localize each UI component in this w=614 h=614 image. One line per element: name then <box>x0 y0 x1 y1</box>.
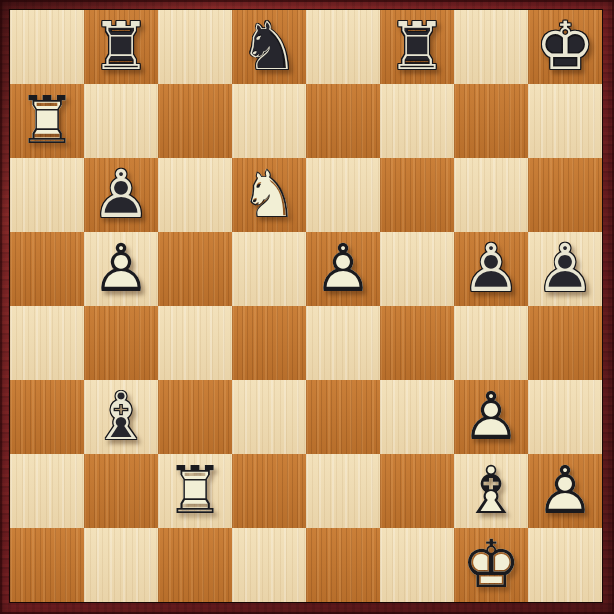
piece-black-rook[interactable]: ♜♖ <box>84 10 158 84</box>
square-f7[interactable] <box>380 84 454 158</box>
white-knight-outline-glyph: ♘ <box>232 158 306 232</box>
square-a1[interactable] <box>10 528 84 602</box>
square-a5[interactable] <box>10 232 84 306</box>
square-h4[interactable] <box>528 306 602 380</box>
piece-white-knight[interactable]: ♞♘ <box>232 158 306 232</box>
square-g2[interactable]: ♝♗ <box>454 454 528 528</box>
square-b3[interactable]: ♝♗ <box>84 380 158 454</box>
square-h2[interactable]: ♟♙ <box>528 454 602 528</box>
square-c5[interactable] <box>158 232 232 306</box>
piece-black-king[interactable]: ♚♔ <box>528 10 602 84</box>
square-f1[interactable] <box>380 528 454 602</box>
square-b6[interactable]: ♟♙ <box>84 158 158 232</box>
square-f4[interactable] <box>380 306 454 380</box>
piece-black-rook[interactable]: ♜♖ <box>380 10 454 84</box>
piece-black-pawn[interactable]: ♟♙ <box>454 232 528 306</box>
square-d8[interactable]: ♞♘ <box>232 10 306 84</box>
piece-white-bishop[interactable]: ♝♗ <box>454 454 528 528</box>
square-e6[interactable] <box>306 158 380 232</box>
square-b1[interactable] <box>84 528 158 602</box>
square-c6[interactable] <box>158 158 232 232</box>
square-h7[interactable] <box>528 84 602 158</box>
black-pawn-outline-glyph: ♙ <box>528 232 602 306</box>
square-h8[interactable]: ♚♔ <box>528 10 602 84</box>
square-e1[interactable] <box>306 528 380 602</box>
square-b8[interactable]: ♜♖ <box>84 10 158 84</box>
square-g5[interactable]: ♟♙ <box>454 232 528 306</box>
square-h5[interactable]: ♟♙ <box>528 232 602 306</box>
square-d4[interactable] <box>232 306 306 380</box>
square-g3[interactable]: ♟♙ <box>454 380 528 454</box>
piece-white-rook[interactable]: ♜♖ <box>158 454 232 528</box>
square-b7[interactable] <box>84 84 158 158</box>
square-g7[interactable] <box>454 84 528 158</box>
square-c2[interactable]: ♜♖ <box>158 454 232 528</box>
black-rook-outline-glyph: ♖ <box>84 10 158 84</box>
square-a8[interactable] <box>10 10 84 84</box>
square-d5[interactable] <box>232 232 306 306</box>
black-rook-outline-glyph: ♖ <box>380 10 454 84</box>
square-g6[interactable] <box>454 158 528 232</box>
black-knight-outline-glyph: ♘ <box>232 10 306 84</box>
piece-black-pawn[interactable]: ♟♙ <box>84 158 158 232</box>
square-b5[interactable]: ♟♙ <box>84 232 158 306</box>
piece-white-rook[interactable]: ♜♖ <box>10 84 84 158</box>
square-g4[interactable] <box>454 306 528 380</box>
chess-board: ♜♖♞♘♜♖♚♔♜♖♟♙♞♘♟♙♟♙♟♙♟♙♝♗♟♙♜♖♝♗♟♙♚♔ <box>10 10 602 602</box>
square-c8[interactable] <box>158 10 232 84</box>
square-e5[interactable]: ♟♙ <box>306 232 380 306</box>
square-f5[interactable] <box>380 232 454 306</box>
piece-white-pawn[interactable]: ♟♙ <box>84 232 158 306</box>
square-e3[interactable] <box>306 380 380 454</box>
white-rook-outline-glyph: ♖ <box>10 84 84 158</box>
square-e7[interactable] <box>306 84 380 158</box>
square-h6[interactable] <box>528 158 602 232</box>
piece-white-king[interactable]: ♚♔ <box>454 528 528 602</box>
square-b4[interactable] <box>84 306 158 380</box>
square-c3[interactable] <box>158 380 232 454</box>
square-e2[interactable] <box>306 454 380 528</box>
square-a4[interactable] <box>10 306 84 380</box>
square-d3[interactable] <box>232 380 306 454</box>
square-f3[interactable] <box>380 380 454 454</box>
piece-white-pawn[interactable]: ♟♙ <box>306 232 380 306</box>
square-e4[interactable] <box>306 306 380 380</box>
square-f8[interactable]: ♜♖ <box>380 10 454 84</box>
square-a7[interactable]: ♜♖ <box>10 84 84 158</box>
piece-white-pawn[interactable]: ♟♙ <box>528 454 602 528</box>
black-pawn-outline-glyph: ♙ <box>454 232 528 306</box>
square-c1[interactable] <box>158 528 232 602</box>
square-d1[interactable] <box>232 528 306 602</box>
square-b2[interactable] <box>84 454 158 528</box>
piece-black-bishop[interactable]: ♝♗ <box>84 380 158 454</box>
white-rook-outline-glyph: ♖ <box>158 454 232 528</box>
white-pawn-outline-glyph: ♙ <box>528 454 602 528</box>
square-c4[interactable] <box>158 306 232 380</box>
square-a2[interactable] <box>10 454 84 528</box>
square-g1[interactable]: ♚♔ <box>454 528 528 602</box>
white-pawn-outline-glyph: ♙ <box>306 232 380 306</box>
board-frame: ♜♖♞♘♜♖♚♔♜♖♟♙♞♘♟♙♟♙♟♙♟♙♝♗♟♙♜♖♝♗♟♙♚♔ <box>0 0 614 614</box>
white-pawn-outline-glyph: ♙ <box>84 232 158 306</box>
square-h1[interactable] <box>528 528 602 602</box>
square-d2[interactable] <box>232 454 306 528</box>
square-c7[interactable] <box>158 84 232 158</box>
square-e8[interactable] <box>306 10 380 84</box>
square-a6[interactable] <box>10 158 84 232</box>
square-h3[interactable] <box>528 380 602 454</box>
black-pawn-outline-glyph: ♙ <box>84 158 158 232</box>
square-d6[interactable]: ♞♘ <box>232 158 306 232</box>
piece-black-pawn[interactable]: ♟♙ <box>528 232 602 306</box>
square-d7[interactable] <box>232 84 306 158</box>
square-a3[interactable] <box>10 380 84 454</box>
white-king-outline-glyph: ♔ <box>454 528 528 602</box>
black-king-outline-glyph: ♔ <box>528 10 602 84</box>
piece-black-knight[interactable]: ♞♘ <box>232 10 306 84</box>
square-g8[interactable] <box>454 10 528 84</box>
piece-white-pawn[interactable]: ♟♙ <box>454 380 528 454</box>
white-bishop-outline-glyph: ♗ <box>454 454 528 528</box>
square-f6[interactable] <box>380 158 454 232</box>
white-pawn-outline-glyph: ♙ <box>454 380 528 454</box>
square-f2[interactable] <box>380 454 454 528</box>
black-bishop-outline-glyph: ♗ <box>84 380 158 454</box>
